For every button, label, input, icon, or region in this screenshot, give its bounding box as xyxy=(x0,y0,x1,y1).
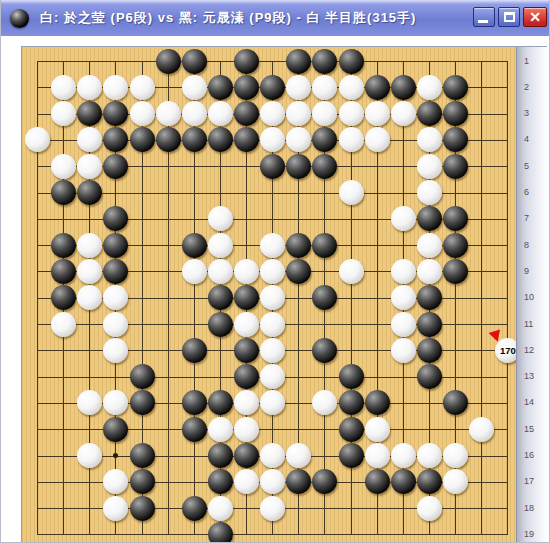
row-coordinate-label: 6 xyxy=(524,187,529,197)
close-icon: ✕ xyxy=(524,8,546,27)
window-controls: ✕ xyxy=(473,7,547,27)
row-coordinate-label: 10 xyxy=(524,292,534,302)
row-coordinate-label: 7 xyxy=(524,213,529,223)
stone-white xyxy=(103,312,128,337)
stone-white xyxy=(286,127,311,152)
row-coordinate-label: 11 xyxy=(524,319,533,329)
stone-black xyxy=(130,469,155,494)
stone-white xyxy=(365,417,390,442)
stone-white xyxy=(234,417,259,442)
stone-black xyxy=(182,233,207,258)
stone-black xyxy=(182,496,207,521)
stone-black xyxy=(391,75,416,100)
stone-black xyxy=(417,469,442,494)
stone-white xyxy=(208,206,233,231)
stone-black xyxy=(234,285,259,310)
stone-white xyxy=(443,443,468,468)
stone-white xyxy=(260,312,285,337)
star-point xyxy=(113,453,118,458)
stone-black xyxy=(339,443,364,468)
stone-white xyxy=(77,443,102,468)
stone-black xyxy=(286,233,311,258)
stone-white xyxy=(365,101,390,126)
stone-white xyxy=(103,469,128,494)
stone-black xyxy=(286,49,311,74)
stone-black xyxy=(208,75,233,100)
row-coordinate-label: 17 xyxy=(524,476,534,486)
row-coordinate-label: 15 xyxy=(524,424,534,434)
stone-black xyxy=(312,285,337,310)
stone-white xyxy=(339,127,364,152)
stone-black xyxy=(182,417,207,442)
stone-black xyxy=(443,127,468,152)
stone-white xyxy=(156,101,181,126)
stone-black xyxy=(182,390,207,415)
stone-black xyxy=(130,364,155,389)
stone-white xyxy=(286,101,311,126)
stone-white xyxy=(260,496,285,521)
grid-line-vertical xyxy=(481,61,482,535)
stone-white xyxy=(286,75,311,100)
stone-black xyxy=(443,206,468,231)
stone-black xyxy=(312,49,337,74)
stone-white xyxy=(103,75,128,100)
stone-black xyxy=(208,127,233,152)
stone-white xyxy=(77,154,102,179)
stone-white xyxy=(260,101,285,126)
row-coordinate-label: 1 xyxy=(524,56,529,66)
stone-white xyxy=(260,259,285,284)
stone-black xyxy=(103,154,128,179)
stone-black xyxy=(130,443,155,468)
stone-black xyxy=(103,233,128,258)
stone-black xyxy=(339,364,364,389)
stone-white xyxy=(469,417,494,442)
stone-black xyxy=(103,101,128,126)
title-bar[interactable]: 白: 於之莹 (P6段) vs 黑: 元晟溱 (P9段) - 白 半目胜(315… xyxy=(1,0,549,36)
stone-white xyxy=(103,496,128,521)
maximize-icon xyxy=(504,12,515,22)
stone-white xyxy=(260,443,285,468)
stone-black xyxy=(103,417,128,442)
stone-black xyxy=(77,180,102,205)
stone-black xyxy=(103,127,128,152)
stone-white xyxy=(234,390,259,415)
stone-black xyxy=(391,469,416,494)
stone-white xyxy=(339,101,364,126)
stone-black xyxy=(208,469,233,494)
stone-white xyxy=(51,312,76,337)
stone-white xyxy=(443,469,468,494)
stone-black xyxy=(182,338,207,363)
stone-white xyxy=(77,285,102,310)
stone-white xyxy=(417,443,442,468)
stone-white xyxy=(417,180,442,205)
row-coordinate-label: 2 xyxy=(524,82,529,92)
stone-black xyxy=(339,49,364,74)
stone-black xyxy=(443,233,468,258)
stone-black xyxy=(51,285,76,310)
stone-white xyxy=(182,101,207,126)
stone-white xyxy=(391,443,416,468)
stone-white xyxy=(391,338,416,363)
stone-white xyxy=(417,233,442,258)
stone-white xyxy=(312,101,337,126)
stone-black xyxy=(417,285,442,310)
stone-black xyxy=(51,233,76,258)
stone-black xyxy=(208,443,233,468)
row-coordinate-label: 9 xyxy=(524,266,529,276)
row-coordinate-label: 5 xyxy=(524,161,529,171)
stone-white xyxy=(234,312,259,337)
stone-white xyxy=(417,154,442,179)
stone-white xyxy=(365,443,390,468)
stone-black xyxy=(417,338,442,363)
stone-black xyxy=(156,49,181,74)
stone-black xyxy=(417,312,442,337)
stone-white xyxy=(260,127,285,152)
game-window: 白: 於之莹 (P6段) vs 黑: 元晟溱 (P9段) - 白 半目胜(315… xyxy=(0,0,550,543)
stone-white xyxy=(417,127,442,152)
row-coordinate-label: 18 xyxy=(524,503,534,513)
stone-black xyxy=(312,469,337,494)
window-title: 白: 於之莹 (P6段) vs 黑: 元晟溱 (P9段) - 白 半目胜(315… xyxy=(40,9,416,27)
stone-white xyxy=(365,127,390,152)
stone-white xyxy=(391,259,416,284)
stone-black xyxy=(208,390,233,415)
stone-white xyxy=(208,101,233,126)
stone-black xyxy=(51,180,76,205)
stone-black xyxy=(234,127,259,152)
stone-white xyxy=(391,101,416,126)
stone-black xyxy=(443,390,468,415)
go-board[interactable]: 170 12345678910111213141516171819 xyxy=(21,46,547,543)
stone-white xyxy=(103,338,128,363)
stone-white xyxy=(286,443,311,468)
stone-white xyxy=(208,259,233,284)
stone-white xyxy=(260,390,285,415)
stone-black xyxy=(443,101,468,126)
row-coordinate-label: 12 xyxy=(524,345,534,355)
stone-white xyxy=(417,75,442,100)
stone-black xyxy=(234,75,259,100)
stone-black xyxy=(260,154,285,179)
stone-white xyxy=(51,154,76,179)
stone-black xyxy=(130,390,155,415)
stone-black xyxy=(365,469,390,494)
stone-black xyxy=(234,364,259,389)
row-coordinate-label: 3 xyxy=(524,108,529,118)
stone-black xyxy=(130,496,155,521)
stone-black xyxy=(339,417,364,442)
minimize-button[interactable] xyxy=(473,7,495,27)
row-coordinate-label: 8 xyxy=(524,240,529,250)
stone-white xyxy=(77,233,102,258)
stone-black xyxy=(234,338,259,363)
stone-black xyxy=(234,443,259,468)
stone-white xyxy=(103,285,128,310)
close-button[interactable]: ✕ xyxy=(523,7,547,27)
stone-white xyxy=(182,259,207,284)
stone-white xyxy=(77,259,102,284)
stone-black xyxy=(234,49,259,74)
stone-black xyxy=(339,390,364,415)
stone-white xyxy=(234,469,259,494)
stone-black xyxy=(365,390,390,415)
stone-white xyxy=(391,285,416,310)
stone-white xyxy=(208,496,233,521)
stone-black xyxy=(312,233,337,258)
stone-white xyxy=(260,364,285,389)
stone-white xyxy=(312,75,337,100)
stone-black xyxy=(312,154,337,179)
stone-black xyxy=(286,469,311,494)
stone-white xyxy=(260,233,285,258)
stone-white xyxy=(77,75,102,100)
stone-black xyxy=(182,127,207,152)
maximize-button[interactable] xyxy=(498,7,520,27)
row-coordinate-label: 13 xyxy=(524,371,534,381)
grid-line-horizontal xyxy=(37,534,508,535)
stone-white xyxy=(130,75,155,100)
stone-white xyxy=(339,259,364,284)
stone-black xyxy=(286,259,311,284)
stone-white xyxy=(417,259,442,284)
stone-white xyxy=(234,259,259,284)
stone-black xyxy=(208,312,233,337)
stone-white xyxy=(391,312,416,337)
stone-white xyxy=(130,101,155,126)
stone-white xyxy=(51,75,76,100)
stone-white xyxy=(391,206,416,231)
stone-white xyxy=(77,127,102,152)
stone-black xyxy=(130,127,155,152)
go-stone-app-icon xyxy=(10,9,29,28)
stone-black xyxy=(208,285,233,310)
row-coordinate-label: 14 xyxy=(524,397,534,407)
row-coordinate-label: 4 xyxy=(524,134,529,144)
stone-white xyxy=(260,285,285,310)
stone-white xyxy=(51,101,76,126)
stone-white xyxy=(208,233,233,258)
stone-white xyxy=(312,390,337,415)
stone-black xyxy=(51,259,76,284)
stone-white xyxy=(182,75,207,100)
stone-black xyxy=(365,75,390,100)
grid-line-vertical xyxy=(507,61,508,535)
stone-white xyxy=(417,496,442,521)
stone-white xyxy=(208,417,233,442)
stone-black xyxy=(234,101,259,126)
row-coordinate-label: 19 xyxy=(524,529,534,539)
row-coordinate-label: 16 xyxy=(524,450,534,460)
stone-black xyxy=(260,75,285,100)
stone-black xyxy=(312,127,337,152)
stone-black xyxy=(77,101,102,126)
row-coordinates: 12345678910111213141516171819 xyxy=(516,47,547,542)
stone-white xyxy=(103,390,128,415)
stone-white xyxy=(260,338,285,363)
stone-black xyxy=(417,206,442,231)
stone-white xyxy=(25,127,50,152)
minimize-icon xyxy=(478,20,488,23)
stone-white xyxy=(77,390,102,415)
stone-black xyxy=(443,154,468,179)
stone-black xyxy=(443,259,468,284)
stone-black xyxy=(156,127,181,152)
stone-black xyxy=(208,522,233,543)
stone-black xyxy=(182,49,207,74)
stone-black xyxy=(286,154,311,179)
stone-black xyxy=(312,338,337,363)
stone-black xyxy=(103,206,128,231)
stone-white xyxy=(260,469,285,494)
stone-black xyxy=(443,75,468,100)
board-grid[interactable]: 170 xyxy=(22,47,516,542)
stone-black xyxy=(417,364,442,389)
stone-white xyxy=(339,75,364,100)
stone-black xyxy=(417,101,442,126)
stone-white xyxy=(339,180,364,205)
stone-black xyxy=(103,259,128,284)
